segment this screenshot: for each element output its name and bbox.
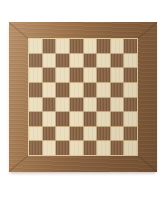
square-c8 (56, 39, 69, 53)
square-b5 (43, 83, 56, 97)
square-g2 (111, 127, 124, 141)
square-f5 (97, 83, 110, 97)
chess-board (9, 22, 157, 172)
square-e3 (84, 112, 97, 126)
square-a3 (29, 112, 42, 126)
square-a2 (29, 127, 42, 141)
square-c6 (56, 68, 69, 82)
square-f7 (97, 54, 110, 68)
square-f3 (97, 112, 110, 126)
square-d5 (70, 83, 83, 97)
square-c3 (56, 112, 69, 126)
square-d8 (70, 39, 83, 53)
square-e8 (84, 39, 97, 53)
square-d6 (70, 68, 83, 82)
square-h3 (124, 112, 137, 126)
square-b4 (43, 98, 56, 112)
square-a4 (29, 98, 42, 112)
square-h5 (124, 83, 137, 97)
square-a6 (29, 68, 42, 82)
frame-miter-seam (137, 154, 158, 171)
square-a7 (29, 54, 42, 68)
square-e6 (84, 68, 97, 82)
square-g1 (111, 141, 124, 155)
square-d7 (70, 54, 83, 68)
square-g7 (111, 54, 124, 68)
square-b2 (43, 127, 56, 141)
square-c7 (56, 54, 69, 68)
frame-miter-seam (9, 22, 30, 39)
square-g5 (111, 83, 124, 97)
square-b1 (43, 141, 56, 155)
square-b7 (43, 54, 56, 68)
square-h7 (124, 54, 137, 68)
square-e1 (84, 141, 97, 155)
square-g4 (111, 98, 124, 112)
square-g8 (111, 39, 124, 53)
square-a1 (29, 141, 42, 155)
frame-miter-seam (137, 22, 158, 39)
square-f6 (97, 68, 110, 82)
square-h2 (124, 127, 137, 141)
square-c1 (56, 141, 69, 155)
square-d2 (70, 127, 83, 141)
square-b6 (43, 68, 56, 82)
product-photo-background (0, 0, 164, 200)
playing-area-grid (29, 39, 137, 155)
playing-area (28, 38, 138, 156)
square-h8 (124, 39, 137, 53)
square-f1 (97, 141, 110, 155)
square-c2 (56, 127, 69, 141)
square-e7 (84, 54, 97, 68)
square-b8 (43, 39, 56, 53)
square-e4 (84, 98, 97, 112)
square-h4 (124, 98, 137, 112)
square-f4 (97, 98, 110, 112)
frame-miter-seam (9, 154, 30, 171)
square-h1 (124, 141, 137, 155)
square-c4 (56, 98, 69, 112)
square-e2 (84, 127, 97, 141)
square-h6 (124, 68, 137, 82)
square-f2 (97, 127, 110, 141)
square-a8 (29, 39, 42, 53)
square-f8 (97, 39, 110, 53)
square-g3 (111, 112, 124, 126)
square-b3 (43, 112, 56, 126)
square-d4 (70, 98, 83, 112)
square-g6 (111, 68, 124, 82)
square-d3 (70, 112, 83, 126)
square-e5 (84, 83, 97, 97)
square-d1 (70, 141, 83, 155)
square-a5 (29, 83, 42, 97)
square-c5 (56, 83, 69, 97)
